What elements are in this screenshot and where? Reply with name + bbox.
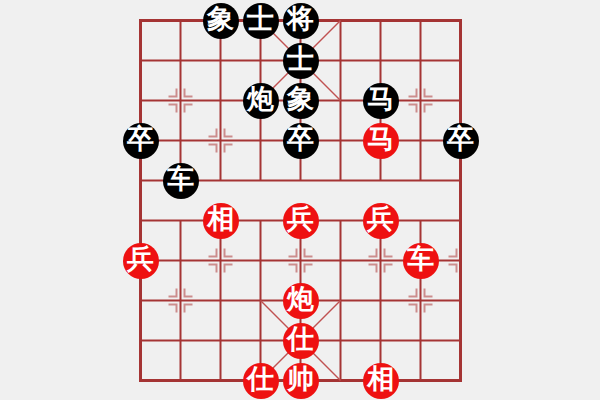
piece-red-elephant[interactable]: 相 (203, 203, 239, 239)
piece-black-horse[interactable]: 马 (363, 83, 399, 119)
piece-black-king[interactable]: 将 (283, 3, 319, 39)
piece-red-horse[interactable]: 马 (363, 123, 399, 159)
piece-red-elephant[interactable]: 相 (363, 363, 399, 399)
piece-black-rook[interactable]: 车 (163, 163, 199, 199)
piece-black-pawn[interactable]: 卒 (123, 123, 159, 159)
piece-red-advisor[interactable]: 仕 (243, 363, 279, 399)
piece-red-king[interactable]: 帅 (283, 363, 319, 399)
piece-black-elephant[interactable]: 象 (203, 3, 239, 39)
piece-black-cannon[interactable]: 炮 (243, 83, 279, 119)
board-grid[interactable]: 象士将士炮象马卒卒马卒车相兵兵兵车炮仕仕帅相 (121, 1, 481, 400)
piece-black-advisor[interactable]: 士 (283, 43, 319, 79)
piece-red-pawn[interactable]: 兵 (123, 243, 159, 279)
xiangqi-board: 象士将士炮象马卒卒马卒车相兵兵兵车炮仕仕帅相 (0, 0, 600, 400)
piece-red-pawn[interactable]: 兵 (363, 203, 399, 239)
piece-red-rook[interactable]: 车 (403, 243, 439, 279)
piece-red-pawn[interactable]: 兵 (283, 203, 319, 239)
piece-red-advisor[interactable]: 仕 (283, 323, 319, 359)
piece-red-cannon[interactable]: 炮 (283, 283, 319, 319)
piece-black-elephant[interactable]: 象 (283, 83, 319, 119)
piece-black-pawn[interactable]: 卒 (443, 123, 479, 159)
piece-black-pawn[interactable]: 卒 (283, 123, 319, 159)
piece-black-advisor[interactable]: 士 (243, 3, 279, 39)
